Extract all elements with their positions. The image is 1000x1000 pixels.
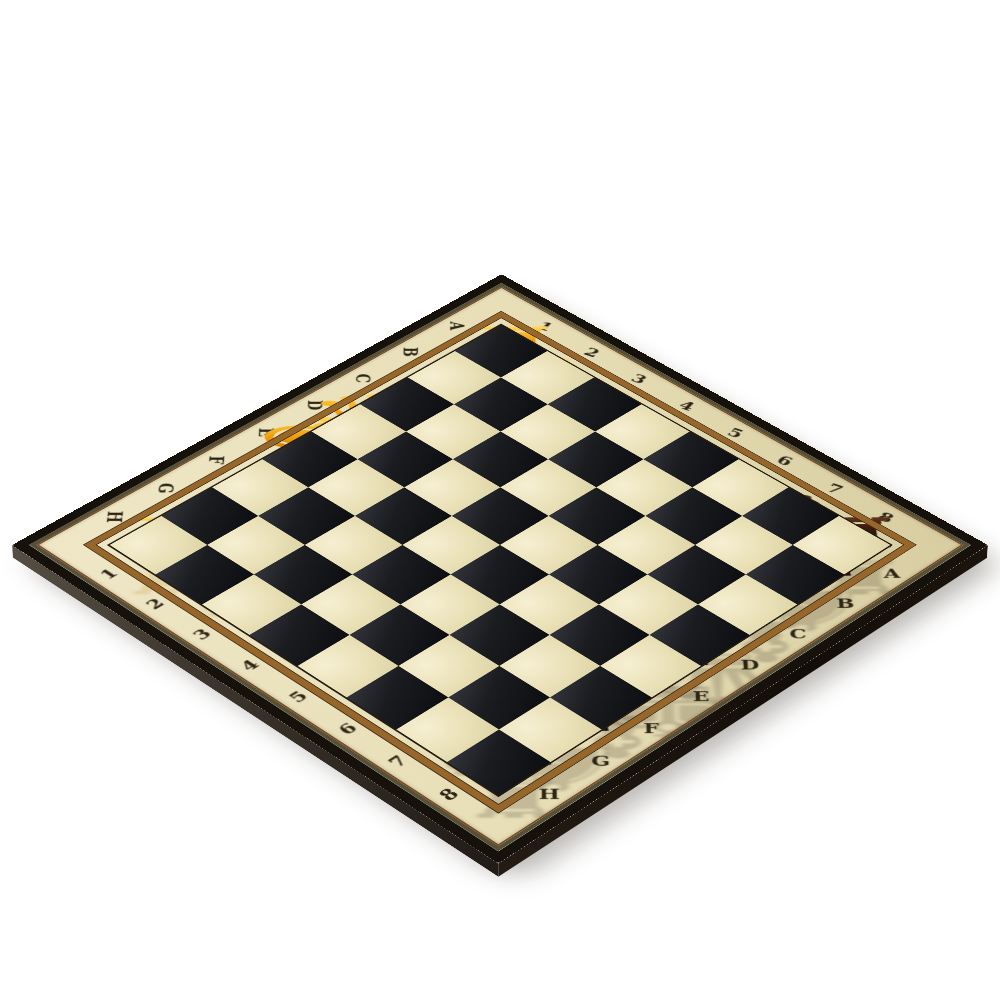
chess-board: HGFEDCBAHGFEDCBA1234567812345678 ♜♜♞♞♝♝♛… xyxy=(12,274,988,863)
rank-label-right-3: 3 xyxy=(627,371,651,387)
rank-label-right-4: 4 xyxy=(675,397,699,413)
file-label-bottom-b: B xyxy=(835,596,854,611)
product-photo-scene: HGFEDCBAHGFEDCBA1234567812345678 ♜♜♞♞♝♝♛… xyxy=(0,0,1000,1000)
rank-label-left-4: 4 xyxy=(235,656,264,674)
file-label-bottom-c: C xyxy=(788,626,806,642)
board-inner: HGFEDCBAHGFEDCBA1234567812345678 ♜♜♞♞♝♝♛… xyxy=(29,283,971,851)
rank-label-left-1: 1 xyxy=(94,565,122,582)
file-label-bottom-h: H xyxy=(538,786,559,803)
rank-label-left-8: 8 xyxy=(433,785,463,804)
pieces-layer: ♜♜♞♞♝♝♛♛♚♚♝♝♞♞♜♜♟♟♟♟♟♟♟♟♟♟♟♟♟♟♟♟♟♟♟♟♟♟♟♟… xyxy=(29,283,501,545)
rank-label-left-2: 2 xyxy=(140,595,168,612)
rank-label-left-7: 7 xyxy=(383,752,413,771)
rank-label-right-6: 6 xyxy=(773,452,797,469)
file-label-bottom-d: D xyxy=(740,657,760,673)
file-label-bottom-f: F xyxy=(643,720,659,737)
rank-label-left-6: 6 xyxy=(332,719,361,738)
file-label-bottom-a: A xyxy=(882,566,900,581)
rank-label-left-3: 3 xyxy=(187,625,215,643)
file-label-bottom-e: E xyxy=(692,688,709,704)
file-label-bottom-g: G xyxy=(591,753,610,770)
rank-label-right-5: 5 xyxy=(723,424,747,440)
rank-label-left-5: 5 xyxy=(283,687,312,705)
